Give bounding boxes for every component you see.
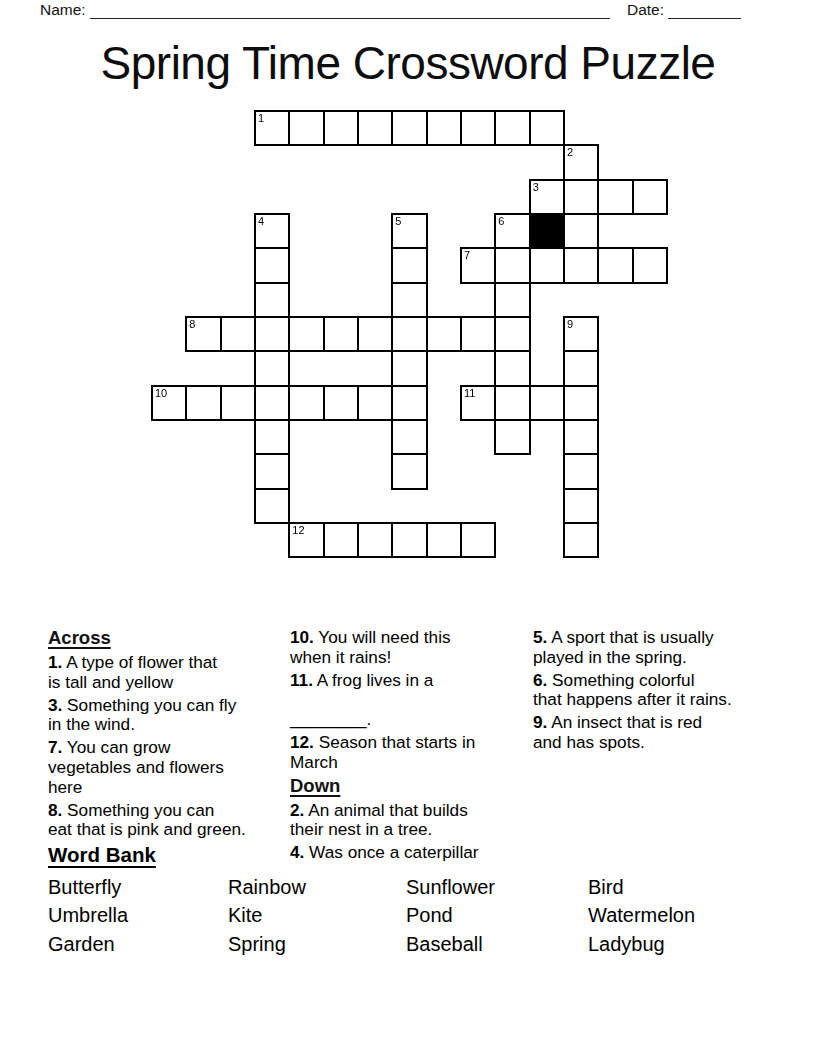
grid-cell[interactable] [185, 385, 221, 421]
grid-cell[interactable] [563, 385, 599, 421]
grid-cell[interactable] [426, 522, 462, 558]
grid-cell[interactable] [391, 453, 427, 489]
grid-cell[interactable] [391, 247, 427, 283]
page-title: Spring Time Crossword Puzzle [0, 36, 816, 90]
across-clue-8: 8. Something you caneat that is pink and… [48, 801, 288, 840]
grid-cell[interactable] [391, 282, 427, 318]
grid-cell[interactable] [357, 316, 393, 352]
clue-number: 2 [567, 146, 573, 158]
grid-cell[interactable] [323, 316, 359, 352]
grid-cell[interactable] [563, 522, 599, 558]
clue-number: 12 [292, 524, 304, 536]
grid-cell[interactable] [494, 385, 530, 421]
clue-column-1: Across1. A type of flower thatis tall an… [48, 628, 288, 843]
word-bank-item: Bird [588, 873, 768, 901]
grid-cell[interactable] [357, 522, 393, 558]
grid-cell[interactable] [494, 316, 530, 352]
grid-cell[interactable] [254, 350, 290, 386]
grid-cell[interactable] [254, 385, 290, 421]
grid-cell[interactable] [460, 316, 496, 352]
across-clue-3: 3. Something you can flyin the wind. [48, 696, 288, 735]
grid-cell[interactable] [597, 247, 633, 283]
grid-cell[interactable] [391, 522, 427, 558]
clue-number: 6 [498, 215, 504, 227]
down-clue-6: 6. Something colorfulthat happens after … [533, 671, 783, 710]
clue-number: 10 [155, 387, 167, 399]
grid-cell[interactable]: 5 [391, 213, 427, 249]
date-label: Date: [627, 1, 664, 19]
grid-cell[interactable] [391, 316, 427, 352]
grid-cell[interactable] [563, 488, 599, 524]
word-bank-item: Baseball [406, 930, 588, 958]
clue-number: 9 [567, 318, 573, 330]
across-clue-11: 11. A frog lives in a ________. [290, 671, 532, 730]
grid-cell[interactable] [632, 179, 668, 215]
word-bank-item: Ladybug [588, 930, 768, 958]
grid-cell[interactable] [494, 350, 530, 386]
clue-column-2: 10. You will need thiswhen it rains!11. … [290, 628, 532, 866]
grid-cell[interactable] [391, 385, 427, 421]
grid-cell[interactable] [563, 350, 599, 386]
grid-cell[interactable] [632, 247, 668, 283]
word-bank-item: Kite [228, 901, 406, 929]
crossword-board: 123456789101112 [151, 110, 669, 559]
word-bank: ButterflyRainbowSunflowerBirdUmbrellaKit… [48, 873, 768, 958]
grid-cell[interactable]: 10 [151, 385, 187, 421]
grid-cell[interactable] [460, 110, 496, 146]
across-heading: Across [48, 628, 288, 648]
grid-cell[interactable] [323, 522, 359, 558]
clue-number: 7 [464, 249, 470, 261]
grid-cell[interactable] [529, 247, 565, 283]
word-bank-item: Pond [406, 901, 588, 929]
grid-cell[interactable] [254, 419, 290, 455]
clue-number: 3 [533, 181, 539, 193]
name-label: Name: [40, 1, 86, 19]
grid-cell[interactable] [426, 316, 462, 352]
grid-cell[interactable] [494, 247, 530, 283]
grid-cell[interactable] [563, 419, 599, 455]
grid-cell[interactable] [323, 110, 359, 146]
clue-number: 5 [395, 215, 401, 227]
grid-cell[interactable] [529, 385, 565, 421]
down-clue-2: 2. An animal that buildstheir nest in a … [290, 801, 532, 840]
grid-cell[interactable] [563, 247, 599, 283]
down-heading: Down [290, 776, 532, 796]
clue-number: 1 [258, 112, 264, 124]
word-bank-item: Umbrella [48, 901, 228, 929]
grid-cell[interactable] [254, 247, 290, 283]
clue-number: 8 [189, 318, 195, 330]
clue-number: 4 [258, 215, 264, 227]
across-clue-7: 7. You can growvegetables and flowersher… [48, 738, 288, 797]
across-clue-10: 10. You will need thiswhen it rains! [290, 628, 532, 667]
grid-cell[interactable]: 11 [460, 385, 496, 421]
date-blank-line[interactable] [668, 0, 741, 19]
grid-cell[interactable] [563, 453, 599, 489]
grid-cell[interactable] [460, 522, 496, 558]
grid-cell[interactable] [597, 179, 633, 215]
grid-cell[interactable] [220, 316, 256, 352]
word-bank-item: Garden [48, 930, 228, 958]
word-bank-item: Sunflower [406, 873, 588, 901]
word-bank-item: Rainbow [228, 873, 406, 901]
grid-cell[interactable] [220, 385, 256, 421]
grid-cell[interactable]: 1 [254, 110, 290, 146]
grid-cell[interactable] [529, 110, 565, 146]
grid-cell[interactable] [288, 110, 324, 146]
down-clue-5: 5. A sport that is usuallyplayed in the … [533, 628, 783, 667]
grid-cell[interactable] [254, 282, 290, 318]
grid-cell[interactable] [563, 179, 599, 215]
grid-cell[interactable]: 9 [563, 316, 599, 352]
word-bank-item: Watermelon [588, 901, 768, 929]
clue-column-3: 5. A sport that is usuallyplayed in the … [533, 628, 783, 756]
word-bank-item: Spring [228, 930, 406, 958]
worksheet-page: { "game": "crossword", "header": { "name… [0, 0, 816, 1056]
down-clue-9: 9. An insect that is redand has spots. [533, 713, 783, 752]
grid-cell[interactable] [254, 488, 290, 524]
grid-cell[interactable]: 12 [288, 522, 324, 558]
name-blank-line[interactable] [90, 0, 610, 19]
down-clue-4: 4. Was once a caterpillar [290, 843, 532, 863]
grid-cell[interactable]: 2 [563, 144, 599, 180]
grid-cell[interactable] [426, 110, 462, 146]
word-bank-heading: Word Bank [48, 843, 156, 867]
grid-cell[interactable] [288, 316, 324, 352]
word-bank-item: Butterfly [48, 873, 228, 901]
grid-cell[interactable] [323, 385, 359, 421]
grid-cell[interactable] [494, 110, 530, 146]
grid-cell[interactable] [254, 453, 290, 489]
grid-cell[interactable]: 6 [494, 213, 530, 249]
grid-cell[interactable] [391, 419, 427, 455]
grid-cell[interactable] [494, 419, 530, 455]
grid-cell[interactable] [563, 213, 599, 249]
grid-cell[interactable] [494, 282, 530, 318]
grid-cell[interactable] [357, 110, 393, 146]
across-clue-12: 12. Season that starts inMarch [290, 733, 532, 772]
grid-cell[interactable]: 3 [529, 179, 565, 215]
grid-cell[interactable] [288, 385, 324, 421]
across-clue-1: 1. A type of flower thatis tall and yell… [48, 653, 288, 692]
grid-cell[interactable] [391, 110, 427, 146]
clue-number: 11 [464, 387, 475, 399]
grid-cell[interactable]: 7 [460, 247, 496, 283]
grid-cell[interactable]: 4 [254, 213, 290, 249]
blocked-cell [529, 213, 565, 249]
grid-cell[interactable] [391, 350, 427, 386]
grid-cell[interactable] [357, 385, 393, 421]
grid-cell[interactable]: 8 [185, 316, 221, 352]
grid-cell[interactable] [254, 316, 290, 352]
